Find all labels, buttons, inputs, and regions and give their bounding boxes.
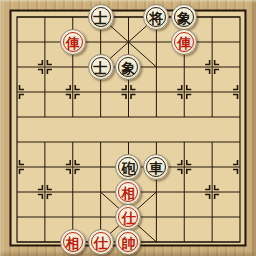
- piece-red-elephant-2[interactable]: 相: [60, 229, 86, 255]
- piece-glyph: 象: [121, 61, 135, 75]
- xiangqi-board[interactable]: 士将象俥俥士象砲車相仕相仕帥: [0, 0, 256, 256]
- piece-grid[interactable]: 士将象俥俥士象砲車相仕相仕帥: [3, 5, 254, 255]
- piece-black-general[interactable]: 将: [143, 4, 169, 30]
- piece-glyph: 車: [149, 161, 163, 175]
- piece-red-elephant-1[interactable]: 相: [115, 179, 141, 205]
- piece-glyph: 俥: [66, 36, 80, 50]
- piece-glyph: 砲: [121, 161, 135, 175]
- piece-glyph: 士: [94, 61, 108, 75]
- piece-glyph: 士: [94, 11, 108, 25]
- piece-red-general[interactable]: 帥: [115, 229, 141, 255]
- piece-red-advisor-2[interactable]: 仕: [88, 229, 114, 255]
- piece-black-chariot[interactable]: 車: [143, 154, 169, 180]
- piece-glyph: 将: [149, 11, 163, 25]
- piece-black-advisor-1[interactable]: 士: [88, 4, 114, 30]
- piece-black-advisor-2[interactable]: 士: [88, 54, 114, 80]
- piece-glyph: 俥: [177, 36, 191, 50]
- piece-glyph: 象: [177, 11, 191, 25]
- piece-glyph: 相: [121, 186, 135, 200]
- piece-red-chariot-2[interactable]: 俥: [171, 29, 197, 55]
- piece-red-advisor-1[interactable]: 仕: [115, 204, 141, 230]
- piece-glyph: 仕: [94, 236, 108, 250]
- piece-black-elephant-1[interactable]: 象: [171, 4, 197, 30]
- piece-red-chariot-1[interactable]: 俥: [60, 29, 86, 55]
- piece-glyph: 仕: [121, 211, 135, 225]
- piece-black-cannon[interactable]: 砲: [115, 154, 141, 180]
- piece-black-elephant-2[interactable]: 象: [115, 54, 141, 80]
- piece-glyph: 帥: [121, 236, 135, 250]
- piece-glyph: 相: [66, 236, 80, 250]
